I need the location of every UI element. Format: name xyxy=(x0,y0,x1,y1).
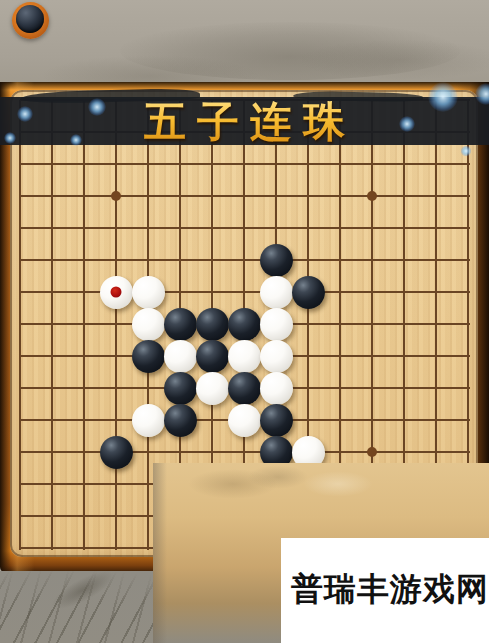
black-stone xyxy=(164,372,197,405)
sparkle-icon xyxy=(428,82,458,112)
black-stone-icon xyxy=(16,5,44,33)
ink-mist xyxy=(300,40,489,80)
black-stone-indicator xyxy=(12,2,49,39)
black-stone xyxy=(196,340,229,373)
black-stone xyxy=(196,308,229,341)
white-stone xyxy=(260,372,293,405)
black-stone xyxy=(164,404,197,437)
sparkle-icon xyxy=(70,134,82,146)
white-stone xyxy=(132,276,165,309)
black-stone xyxy=(228,372,261,405)
sparkle-icon xyxy=(399,116,415,132)
white-stone xyxy=(228,340,261,373)
game-screen: 五子连珠 普瑞丰游戏网 xyxy=(0,0,489,643)
sparkle-icon xyxy=(461,146,472,157)
white-stone xyxy=(260,276,293,309)
grid-line-vertical xyxy=(115,100,117,550)
watermark-text: 普瑞丰游戏网 xyxy=(291,568,489,612)
grid-line-horizontal xyxy=(20,195,470,197)
star-point xyxy=(111,191,121,201)
black-stone xyxy=(164,308,197,341)
black-stone xyxy=(292,276,325,309)
black-stone xyxy=(100,436,133,469)
grid-line-horizontal xyxy=(20,291,470,293)
sparkle-icon xyxy=(4,132,16,144)
white-stone xyxy=(228,404,261,437)
grid-line-horizontal xyxy=(20,163,470,165)
watermark-box: 普瑞丰游戏网 xyxy=(281,538,489,643)
grid-line-horizontal xyxy=(20,259,470,261)
white-stone xyxy=(164,340,197,373)
black-stone xyxy=(132,340,165,373)
star-point xyxy=(367,447,377,457)
white-stone xyxy=(196,372,229,405)
grid-line-horizontal xyxy=(20,227,470,229)
black-stone xyxy=(228,308,261,341)
grid-line-vertical xyxy=(83,100,85,550)
black-stone xyxy=(260,244,293,277)
white-stone xyxy=(260,308,293,341)
white-stone xyxy=(260,340,293,373)
grid-line-horizontal xyxy=(20,451,470,453)
grid-line-vertical xyxy=(51,100,53,550)
blur-smudge xyxy=(248,465,308,489)
white-stone xyxy=(132,308,165,341)
black-stone xyxy=(260,404,293,437)
background-top xyxy=(0,0,489,95)
white-stone xyxy=(132,404,165,437)
last-move-marker xyxy=(111,287,122,298)
star-point xyxy=(367,191,377,201)
grid-line-vertical xyxy=(19,100,21,550)
white-stone xyxy=(100,276,133,309)
sparkle-icon xyxy=(88,98,106,116)
sparkle-icon xyxy=(17,106,33,122)
blur-smudge xyxy=(303,471,373,497)
